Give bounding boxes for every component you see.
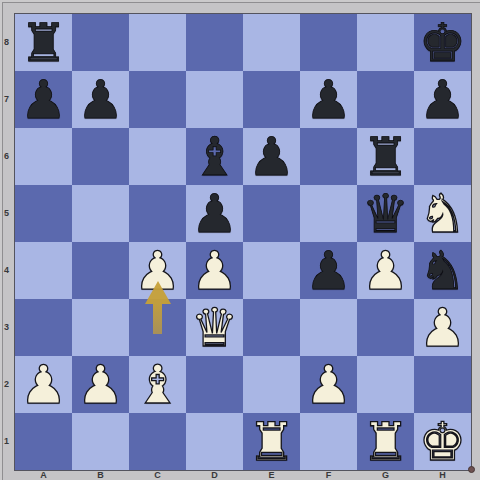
square-e3[interactable] — [243, 299, 300, 356]
square-g2[interactable] — [357, 356, 414, 413]
piece-white-pawn[interactable]: ♟ — [362, 242, 410, 299]
square-a5[interactable] — [15, 185, 72, 242]
square-e1[interactable]: ♜ — [243, 413, 300, 470]
rank-label-4: 4 — [0, 242, 13, 299]
square-h3[interactable]: ♟ — [414, 299, 471, 356]
square-c3[interactable] — [129, 299, 186, 356]
piece-black-pawn[interactable]: ♟ — [305, 242, 353, 299]
square-e6[interactable]: ♟ — [243, 128, 300, 185]
rank-label-1: 1 — [0, 413, 13, 470]
square-b1[interactable] — [72, 413, 129, 470]
square-c1[interactable] — [129, 413, 186, 470]
square-g8[interactable] — [357, 14, 414, 71]
rank-label-6: 6 — [0, 128, 13, 185]
square-f5[interactable] — [300, 185, 357, 242]
square-g6[interactable]: ♜ — [357, 128, 414, 185]
file-label-a: A — [15, 470, 72, 480]
piece-black-knight[interactable]: ♞ — [419, 242, 467, 299]
board-frame: ♜♚♟♟♟♟♝♟♜♟♛♞♟♟♟♟♞♛♟♟♟♝♟♜♜♚ 87654321 ABCD… — [0, 0, 480, 480]
square-f4[interactable]: ♟ — [300, 242, 357, 299]
piece-black-rook[interactable]: ♜ — [362, 128, 410, 185]
square-a2[interactable]: ♟ — [15, 356, 72, 413]
piece-black-pawn[interactable]: ♟ — [191, 185, 239, 242]
piece-white-king[interactable]: ♚ — [419, 413, 467, 470]
square-b6[interactable] — [72, 128, 129, 185]
rank-label-8: 8 — [0, 14, 13, 71]
piece-white-bishop[interactable]: ♝ — [134, 356, 182, 413]
square-a4[interactable] — [15, 242, 72, 299]
piece-white-rook[interactable]: ♜ — [362, 413, 410, 470]
square-d1[interactable] — [186, 413, 243, 470]
piece-white-pawn[interactable]: ♟ — [305, 356, 353, 413]
square-c5[interactable] — [129, 185, 186, 242]
rank-label-3: 3 — [0, 299, 13, 356]
square-h1[interactable]: ♚ — [414, 413, 471, 470]
piece-black-pawn[interactable]: ♟ — [20, 71, 68, 128]
square-f1[interactable] — [300, 413, 357, 470]
piece-white-pawn[interactable]: ♟ — [134, 242, 182, 299]
square-e7[interactable] — [243, 71, 300, 128]
square-f6[interactable] — [300, 128, 357, 185]
square-c2[interactable]: ♝ — [129, 356, 186, 413]
square-c6[interactable] — [129, 128, 186, 185]
piece-black-pawn[interactable]: ♟ — [248, 128, 296, 185]
square-e4[interactable] — [243, 242, 300, 299]
square-h4[interactable]: ♞ — [414, 242, 471, 299]
piece-white-pawn[interactable]: ♟ — [419, 299, 467, 356]
rank-label-7: 7 — [0, 71, 13, 128]
square-d6[interactable]: ♝ — [186, 128, 243, 185]
square-f3[interactable] — [300, 299, 357, 356]
square-b3[interactable] — [72, 299, 129, 356]
square-a7[interactable]: ♟ — [15, 71, 72, 128]
square-c7[interactable] — [129, 71, 186, 128]
piece-white-knight[interactable]: ♞ — [419, 185, 467, 242]
square-a3[interactable] — [15, 299, 72, 356]
square-e2[interactable] — [243, 356, 300, 413]
square-f8[interactable] — [300, 14, 357, 71]
square-f2[interactable]: ♟ — [300, 356, 357, 413]
piece-black-bishop[interactable]: ♝ — [191, 128, 239, 185]
piece-black-pawn[interactable]: ♟ — [77, 71, 125, 128]
file-label-b: B — [72, 470, 129, 480]
square-h5[interactable]: ♞ — [414, 185, 471, 242]
square-e8[interactable] — [243, 14, 300, 71]
square-a8[interactable]: ♜ — [15, 14, 72, 71]
square-d5[interactable]: ♟ — [186, 185, 243, 242]
piece-black-pawn[interactable]: ♟ — [305, 71, 353, 128]
file-label-c: C — [129, 470, 186, 480]
piece-white-pawn[interactable]: ♟ — [20, 356, 68, 413]
square-h7[interactable]: ♟ — [414, 71, 471, 128]
square-c4[interactable]: ♟ — [129, 242, 186, 299]
piece-white-pawn[interactable]: ♟ — [191, 242, 239, 299]
square-e5[interactable] — [243, 185, 300, 242]
rank-label-2: 2 — [0, 356, 13, 413]
piece-black-king[interactable]: ♚ — [419, 14, 467, 71]
piece-white-rook[interactable]: ♜ — [248, 413, 296, 470]
file-label-f: F — [300, 470, 357, 480]
square-a6[interactable] — [15, 128, 72, 185]
square-h6[interactable] — [414, 128, 471, 185]
square-f7[interactable]: ♟ — [300, 71, 357, 128]
square-b4[interactable] — [72, 242, 129, 299]
square-b2[interactable]: ♟ — [72, 356, 129, 413]
square-g1[interactable]: ♜ — [357, 413, 414, 470]
rank-label-5: 5 — [0, 185, 13, 242]
square-b8[interactable] — [72, 14, 129, 71]
piece-white-queen[interactable]: ♛ — [191, 299, 239, 356]
square-d4[interactable]: ♟ — [186, 242, 243, 299]
square-g5[interactable]: ♛ — [357, 185, 414, 242]
square-h8[interactable]: ♚ — [414, 14, 471, 71]
square-b7[interactable]: ♟ — [72, 71, 129, 128]
square-a1[interactable] — [15, 413, 72, 470]
frame-bevel-top-line — [0, 2, 480, 3]
file-label-d: D — [186, 470, 243, 480]
square-g7[interactable] — [357, 71, 414, 128]
chess-board: ♜♚♟♟♟♟♝♟♜♟♛♞♟♟♟♟♞♛♟♟♟♝♟♜♜♚ — [14, 13, 472, 471]
square-b5[interactable] — [72, 185, 129, 242]
square-d3[interactable]: ♛ — [186, 299, 243, 356]
piece-white-pawn[interactable]: ♟ — [77, 356, 125, 413]
piece-black-pawn[interactable]: ♟ — [419, 71, 467, 128]
corner-dot-icon — [468, 466, 475, 473]
square-c8[interactable] — [129, 14, 186, 71]
piece-black-rook[interactable]: ♜ — [20, 14, 68, 71]
square-g3[interactable] — [357, 299, 414, 356]
piece-black-queen[interactable]: ♛ — [362, 185, 410, 242]
square-d2[interactable] — [186, 356, 243, 413]
square-h2[interactable] — [414, 356, 471, 413]
square-g4[interactable]: ♟ — [357, 242, 414, 299]
square-d7[interactable] — [186, 71, 243, 128]
square-d8[interactable] — [186, 14, 243, 71]
